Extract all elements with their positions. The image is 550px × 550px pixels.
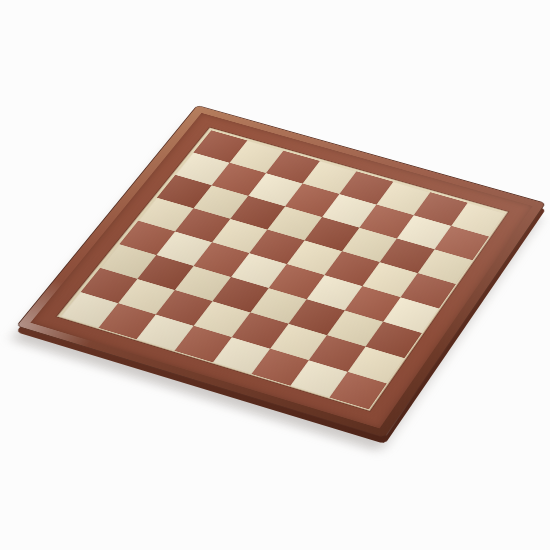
product-photo (0, 0, 550, 550)
chess-board (16, 105, 546, 438)
board-scene (0, 0, 550, 550)
